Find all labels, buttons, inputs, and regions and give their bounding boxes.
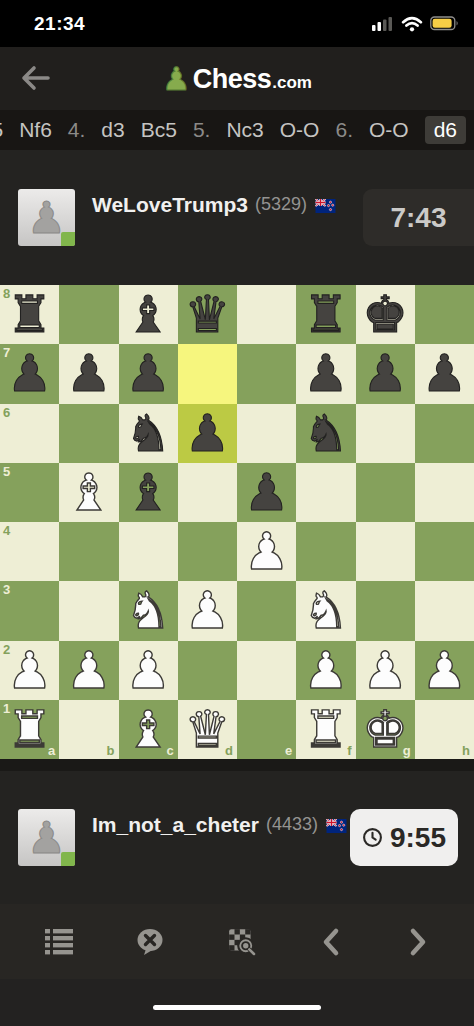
chesscom-logo: ♟ Chess.com xyxy=(162,62,312,95)
square-e3[interactable] xyxy=(237,581,296,640)
move-list[interactable]: Nc63.Bb5Nf64.d3Bc55.Nc3O-O6.O-Od6 xyxy=(0,110,474,150)
player-info-bottom: Im_not_a_cheter (4433) xyxy=(92,813,347,837)
square-c5[interactable]: ♝ xyxy=(119,463,178,522)
game-review-icon xyxy=(227,927,257,957)
square-e8[interactable] xyxy=(237,285,296,344)
square-c4[interactable] xyxy=(119,522,178,581)
clock-time: 9:55 xyxy=(390,822,446,854)
black-pawn: ♟ xyxy=(66,344,112,403)
rank-label-7: 7 xyxy=(3,346,10,359)
nz-flag-icon xyxy=(315,199,336,213)
square-g2[interactable]: ♟ xyxy=(356,641,415,700)
move-item[interactable]: Nc3 xyxy=(226,118,263,142)
square-h2[interactable]: ♟ xyxy=(415,641,474,700)
square-f6[interactable]: ♞ xyxy=(296,404,355,463)
file-label-e: e xyxy=(285,744,292,757)
home-indicator[interactable] xyxy=(153,1005,321,1010)
rank-label-2: 2 xyxy=(3,643,10,656)
square-h8[interactable] xyxy=(415,285,474,344)
status-bar: 21:34 xyxy=(0,0,474,47)
white-pawn: ♟ xyxy=(422,641,468,700)
square-c8[interactable]: ♝ xyxy=(119,285,178,344)
clock-icon xyxy=(362,827,383,848)
file-label-b: b xyxy=(107,744,115,757)
square-e4[interactable]: ♟ xyxy=(237,522,296,581)
white-rook: ♜ xyxy=(303,700,349,759)
black-king: ♚ xyxy=(362,285,408,344)
square-h5[interactable] xyxy=(415,463,474,522)
black-pawn: ♟ xyxy=(185,404,231,463)
chevron-left-icon xyxy=(318,927,344,957)
square-a3[interactable]: 3 xyxy=(0,581,59,640)
moves-list-button[interactable] xyxy=(37,922,81,962)
white-bishop: ♝ xyxy=(66,463,112,522)
square-a6[interactable]: 6 xyxy=(0,404,59,463)
square-a2[interactable]: 2♟ xyxy=(0,641,59,700)
white-pawn: ♟ xyxy=(244,522,290,581)
player-top: ♟ WeLoveTrump3 (5329) 7:43 xyxy=(0,150,474,285)
square-g6[interactable] xyxy=(356,404,415,463)
file-label-g: g xyxy=(403,744,411,757)
black-knight: ♞ xyxy=(303,404,349,463)
square-d5[interactable] xyxy=(178,463,237,522)
white-knight: ♞ xyxy=(303,581,349,640)
chess-board: 8♜♝♛♜♚7♟♟♟♟♟♟6♞♟♞5♝♝♟4♟3♞♟♞2♟♟♟♟♟♟1a♜bc♝… xyxy=(0,285,474,759)
black-knight: ♞ xyxy=(125,404,171,463)
square-b4[interactable] xyxy=(59,522,118,581)
home-indicator-area xyxy=(0,979,474,1026)
square-h4[interactable] xyxy=(415,522,474,581)
move-item[interactable]: d3 xyxy=(101,118,124,142)
rank-label-5: 5 xyxy=(3,465,10,478)
player-bottom: ♟ Im_not_a_cheter (4433) 9:5 xyxy=(0,771,474,904)
square-c7[interactable]: ♟ xyxy=(119,344,178,403)
player-rating: (5329) xyxy=(255,194,307,215)
square-c1[interactable]: c♝ xyxy=(119,700,178,759)
square-d6[interactable]: ♟ xyxy=(178,404,237,463)
logo-suffix: .com xyxy=(272,73,312,93)
black-queen: ♛ xyxy=(185,285,231,344)
square-f2[interactable]: ♟ xyxy=(296,641,355,700)
clock-top: 7:43 xyxy=(363,189,474,246)
square-b6[interactable] xyxy=(59,404,118,463)
white-pawn: ♟ xyxy=(303,641,349,700)
clock-bottom: 9:55 xyxy=(350,809,458,866)
square-f5[interactable] xyxy=(296,463,355,522)
player-rating: (4433) xyxy=(266,814,318,835)
white-pawn: ♟ xyxy=(66,641,112,700)
white-pawn: ♟ xyxy=(125,641,171,700)
chat-disabled-icon xyxy=(136,928,166,956)
square-d2[interactable] xyxy=(178,641,237,700)
white-pawn: ♟ xyxy=(7,641,53,700)
move-item[interactable]: O-O xyxy=(369,118,409,142)
logo-text: Chess xyxy=(193,64,272,95)
square-d4[interactable] xyxy=(178,522,237,581)
white-rook: ♜ xyxy=(7,700,53,759)
move-number: 4. xyxy=(68,118,86,142)
square-g1[interactable]: g♚ xyxy=(356,700,415,759)
square-g3[interactable] xyxy=(356,581,415,640)
square-d8[interactable]: ♛ xyxy=(178,285,237,344)
square-b2[interactable]: ♟ xyxy=(59,641,118,700)
rank-label-3: 3 xyxy=(3,583,10,596)
online-badge xyxy=(61,232,75,246)
square-g5[interactable] xyxy=(356,463,415,522)
app-header: ♟ Chess.com xyxy=(0,47,474,110)
square-b5[interactable]: ♝ xyxy=(59,463,118,522)
square-e1[interactable]: e xyxy=(237,700,296,759)
black-bishop: ♝ xyxy=(125,463,171,522)
cellular-signal-icon xyxy=(372,17,394,31)
square-f3[interactable]: ♞ xyxy=(296,581,355,640)
player-info-top: WeLoveTrump3 (5329) xyxy=(92,193,336,217)
square-d7[interactable] xyxy=(178,344,237,403)
nz-flag-icon xyxy=(326,819,347,833)
player-name[interactable]: WeLoveTrump3 xyxy=(92,193,248,217)
square-g7[interactable]: ♟ xyxy=(356,344,415,403)
square-b3[interactable] xyxy=(59,581,118,640)
square-h3[interactable] xyxy=(415,581,474,640)
game-review-button[interactable] xyxy=(221,921,263,963)
rank-label-4: 4 xyxy=(3,524,10,537)
next-move-button[interactable] xyxy=(399,921,437,963)
square-f7[interactable]: ♟ xyxy=(296,344,355,403)
square-f8[interactable]: ♜ xyxy=(296,285,355,344)
black-rook: ♜ xyxy=(7,285,53,344)
moves-list-icon xyxy=(43,928,75,956)
square-b1[interactable]: b xyxy=(59,700,118,759)
square-h6[interactable] xyxy=(415,404,474,463)
square-c6[interactable]: ♞ xyxy=(119,404,178,463)
square-a8[interactable]: 8♜ xyxy=(0,285,59,344)
square-e2[interactable] xyxy=(237,641,296,700)
black-bishop: ♝ xyxy=(125,285,171,344)
battery-icon xyxy=(430,16,460,31)
black-pawn: ♟ xyxy=(125,344,171,403)
player-name[interactable]: Im_not_a_cheter xyxy=(92,813,259,837)
avatar-bottom[interactable]: ♟ xyxy=(18,809,75,866)
move-item[interactable]: Bb5 xyxy=(0,118,3,142)
wifi-icon xyxy=(401,16,423,32)
black-pawn: ♟ xyxy=(362,344,408,403)
file-label-a: a xyxy=(48,744,55,757)
avatar-top[interactable]: ♟ xyxy=(18,189,75,246)
bottom-toolbar xyxy=(0,904,474,979)
divider xyxy=(0,759,474,771)
move-item[interactable]: O-O xyxy=(280,118,320,142)
file-label-d: d xyxy=(225,744,233,757)
white-bishop: ♝ xyxy=(125,700,171,759)
square-g8[interactable]: ♚ xyxy=(356,285,415,344)
file-label-h: h xyxy=(462,744,470,757)
black-pawn: ♟ xyxy=(7,344,53,403)
square-a4[interactable]: 4 xyxy=(0,522,59,581)
file-label-c: c xyxy=(167,744,174,757)
status-icons xyxy=(372,16,460,32)
black-pawn: ♟ xyxy=(303,344,349,403)
move-item[interactable]: Bc5 xyxy=(141,118,177,142)
move-number: 5. xyxy=(193,118,211,142)
square-e5[interactable]: ♟ xyxy=(237,463,296,522)
black-pawn: ♟ xyxy=(422,344,468,403)
square-a1[interactable]: 1a♜ xyxy=(0,700,59,759)
white-pawn: ♟ xyxy=(362,641,408,700)
chevron-right-icon xyxy=(405,927,431,957)
chess-app: 21:34 xyxy=(0,0,474,1026)
file-label-f: f xyxy=(347,744,351,757)
square-a5[interactable]: 5 xyxy=(0,463,59,522)
chat-disabled-button[interactable] xyxy=(130,922,172,962)
rank-label-6: 6 xyxy=(3,406,10,419)
square-e7[interactable] xyxy=(237,344,296,403)
square-a7[interactable]: 7♟ xyxy=(0,344,59,403)
white-pawn: ♟ xyxy=(185,581,231,640)
square-b8[interactable] xyxy=(59,285,118,344)
previous-move-button[interactable] xyxy=(312,921,350,963)
square-c2[interactable]: ♟ xyxy=(119,641,178,700)
square-b7[interactable]: ♟ xyxy=(59,344,118,403)
back-button[interactable] xyxy=(16,61,56,97)
white-knight: ♞ xyxy=(125,581,171,640)
black-pawn: ♟ xyxy=(244,463,290,522)
black-rook: ♜ xyxy=(303,285,349,344)
rank-label-8: 8 xyxy=(3,287,10,300)
white-king: ♚ xyxy=(362,700,408,759)
move-number: 6. xyxy=(335,118,353,142)
square-f4[interactable] xyxy=(296,522,355,581)
square-d3[interactable]: ♟ xyxy=(178,581,237,640)
status-time: 21:34 xyxy=(34,13,85,35)
square-f1[interactable]: f♜ xyxy=(296,700,355,759)
chesscom-pawn-icon: ♟ xyxy=(162,64,191,94)
rank-label-1: 1 xyxy=(3,702,10,715)
square-c3[interactable]: ♞ xyxy=(119,581,178,640)
square-g4[interactable] xyxy=(356,522,415,581)
square-h7[interactable]: ♟ xyxy=(415,344,474,403)
current-move[interactable]: d6 xyxy=(425,116,466,144)
square-e6[interactable] xyxy=(237,404,296,463)
arrow-left-icon xyxy=(21,65,51,91)
square-h1[interactable]: h xyxy=(415,700,474,759)
white-queen: ♛ xyxy=(185,700,231,759)
square-d1[interactable]: d♛ xyxy=(178,700,237,759)
online-badge xyxy=(61,852,75,866)
move-item[interactable]: Nf6 xyxy=(19,118,52,142)
